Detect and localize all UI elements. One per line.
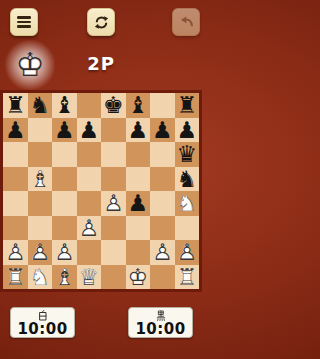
square-g3[interactable] bbox=[150, 216, 175, 241]
piece-black-knight[interactable]: ♞ bbox=[28, 93, 53, 118]
square-g7[interactable]: ♟ bbox=[150, 118, 175, 143]
square-e7[interactable] bbox=[101, 118, 126, 143]
mode-label: 2P bbox=[0, 53, 202, 74]
square-a2[interactable]: ♟♙ bbox=[3, 240, 28, 265]
square-f5[interactable] bbox=[126, 167, 151, 192]
square-d8[interactable] bbox=[77, 93, 102, 118]
hamburger-menu-icon bbox=[17, 16, 31, 28]
piece-black-pawn[interactable]: ♟ bbox=[52, 118, 77, 143]
piece-black-pawn[interactable]: ♟ bbox=[3, 118, 28, 143]
square-a7[interactable]: ♟ bbox=[3, 118, 28, 143]
piece-white-pawn[interactable]: ♟♙ bbox=[77, 216, 102, 241]
square-d2[interactable] bbox=[77, 240, 102, 265]
piece-white-pawn[interactable]: ♟♙ bbox=[52, 240, 77, 265]
piece-white-bishop[interactable]: ♝♗ bbox=[52, 265, 77, 290]
square-g2[interactable]: ♟♙ bbox=[150, 240, 175, 265]
square-b6[interactable] bbox=[28, 142, 53, 167]
square-c4[interactable] bbox=[52, 191, 77, 216]
square-h1[interactable]: ♜♖ bbox=[175, 265, 200, 290]
square-b8[interactable]: ♞ bbox=[28, 93, 53, 118]
square-b5[interactable]: ♝♗ bbox=[28, 167, 53, 192]
black-clock: 黒 10:00 bbox=[128, 307, 193, 338]
square-a1[interactable]: ♜♖ bbox=[3, 265, 28, 290]
piece-white-pawn[interactable]: ♟♙ bbox=[150, 240, 175, 265]
piece-black-bishop[interactable]: ♝ bbox=[126, 93, 151, 118]
square-h3[interactable] bbox=[175, 216, 200, 241]
black-clock-time: 10:00 bbox=[129, 322, 192, 337]
square-h6[interactable]: ♛ bbox=[175, 142, 200, 167]
piece-black-queen[interactable]: ♛ bbox=[175, 142, 200, 167]
square-f4[interactable]: ♟ bbox=[126, 191, 151, 216]
square-a3[interactable] bbox=[3, 216, 28, 241]
square-e1[interactable] bbox=[101, 265, 126, 290]
chess-app-screen: ♚ ♔ 2P ♜♞♝♚♝♜♟♟♟♟♟♟♛♝♗♞♟♙♟♞♘♟♙♟♙♟♙♟♙♟♙♟♙… bbox=[0, 0, 202, 359]
square-h4[interactable]: ♞♘ bbox=[175, 191, 200, 216]
piece-black-rook[interactable]: ♜ bbox=[3, 93, 28, 118]
piece-black-pawn[interactable]: ♟ bbox=[175, 118, 200, 143]
square-h8[interactable]: ♜ bbox=[175, 93, 200, 118]
undo-icon bbox=[178, 14, 195, 31]
square-g8[interactable] bbox=[150, 93, 175, 118]
refresh-icon bbox=[93, 14, 110, 31]
square-f2[interactable] bbox=[126, 240, 151, 265]
square-b7[interactable] bbox=[28, 118, 53, 143]
square-a4[interactable] bbox=[3, 191, 28, 216]
piece-black-pawn[interactable]: ♟ bbox=[126, 191, 151, 216]
square-e6[interactable] bbox=[101, 142, 126, 167]
square-b2[interactable]: ♟♙ bbox=[28, 240, 53, 265]
square-g4[interactable] bbox=[150, 191, 175, 216]
piece-black-pawn[interactable]: ♟ bbox=[150, 118, 175, 143]
piece-black-knight[interactable]: ♞ bbox=[175, 167, 200, 192]
square-d7[interactable]: ♟ bbox=[77, 118, 102, 143]
chess-board: ♜♞♝♚♝♜♟♟♟♟♟♟♛♝♗♞♟♙♟♞♘♟♙♟♙♟♙♟♙♟♙♟♙♜♖♞♘♝♗♛… bbox=[0, 90, 202, 292]
piece-white-king[interactable]: ♚♔ bbox=[126, 265, 151, 290]
undo-button[interactable] bbox=[172, 8, 200, 36]
piece-white-pawn[interactable]: ♟♙ bbox=[28, 240, 53, 265]
square-c3[interactable] bbox=[52, 216, 77, 241]
square-a5[interactable] bbox=[3, 167, 28, 192]
white-clock: 白 10:00 bbox=[10, 307, 75, 338]
square-d3[interactable]: ♟♙ bbox=[77, 216, 102, 241]
square-h7[interactable]: ♟ bbox=[175, 118, 200, 143]
square-g6[interactable] bbox=[150, 142, 175, 167]
piece-black-king[interactable]: ♚ bbox=[101, 93, 126, 118]
square-c5[interactable] bbox=[52, 167, 77, 192]
piece-white-pawn[interactable]: ♟♙ bbox=[3, 240, 28, 265]
square-a6[interactable] bbox=[3, 142, 28, 167]
square-e8[interactable]: ♚ bbox=[101, 93, 126, 118]
piece-white-pawn[interactable]: ♟♙ bbox=[175, 240, 200, 265]
square-b3[interactable] bbox=[28, 216, 53, 241]
square-d4[interactable] bbox=[77, 191, 102, 216]
restart-button[interactable] bbox=[87, 8, 115, 36]
piece-white-pawn[interactable]: ♟♙ bbox=[101, 191, 126, 216]
white-clock-time: 10:00 bbox=[11, 322, 74, 337]
square-h2[interactable]: ♟♙ bbox=[175, 240, 200, 265]
piece-white-knight[interactable]: ♞♘ bbox=[175, 191, 200, 216]
square-c6[interactable] bbox=[52, 142, 77, 167]
piece-white-rook[interactable]: ♜♖ bbox=[175, 265, 200, 290]
square-e3[interactable] bbox=[101, 216, 126, 241]
square-b4[interactable] bbox=[28, 191, 53, 216]
square-g5[interactable] bbox=[150, 167, 175, 192]
white-label-text: 白 bbox=[48, 310, 49, 311]
piece-black-bishop[interactable]: ♝ bbox=[52, 93, 77, 118]
piece-white-queen[interactable]: ♛♕ bbox=[77, 265, 102, 290]
square-d6[interactable] bbox=[77, 142, 102, 167]
square-c2[interactable]: ♟♙ bbox=[52, 240, 77, 265]
square-d1[interactable]: ♛♕ bbox=[77, 265, 102, 290]
piece-black-pawn[interactable]: ♟ bbox=[126, 118, 151, 143]
square-g1[interactable] bbox=[150, 265, 175, 290]
menu-button[interactable] bbox=[10, 8, 38, 36]
square-f8[interactable]: ♝ bbox=[126, 93, 151, 118]
square-e5[interactable] bbox=[101, 167, 126, 192]
square-b1[interactable]: ♞♘ bbox=[28, 265, 53, 290]
square-e2[interactable] bbox=[101, 240, 126, 265]
piece-white-knight[interactable]: ♞♘ bbox=[28, 265, 53, 290]
square-f1[interactable]: ♚♔ bbox=[126, 265, 151, 290]
square-c1[interactable]: ♝♗ bbox=[52, 265, 77, 290]
square-a8[interactable]: ♜ bbox=[3, 93, 28, 118]
piece-white-rook[interactable]: ♜♖ bbox=[3, 265, 28, 290]
square-h5[interactable]: ♞ bbox=[175, 167, 200, 192]
square-f6[interactable] bbox=[126, 142, 151, 167]
black-label-text: 黒 bbox=[166, 310, 167, 311]
piece-black-rook[interactable]: ♜ bbox=[175, 93, 200, 118]
square-f7[interactable]: ♟ bbox=[126, 118, 151, 143]
piece-white-bishop[interactable]: ♝♗ bbox=[28, 167, 53, 192]
square-d5[interactable] bbox=[77, 167, 102, 192]
piece-black-pawn[interactable]: ♟ bbox=[77, 118, 102, 143]
square-e4[interactable]: ♟♙ bbox=[101, 191, 126, 216]
square-c7[interactable]: ♟ bbox=[52, 118, 77, 143]
square-c8[interactable]: ♝ bbox=[52, 93, 77, 118]
square-f3[interactable] bbox=[126, 216, 151, 241]
